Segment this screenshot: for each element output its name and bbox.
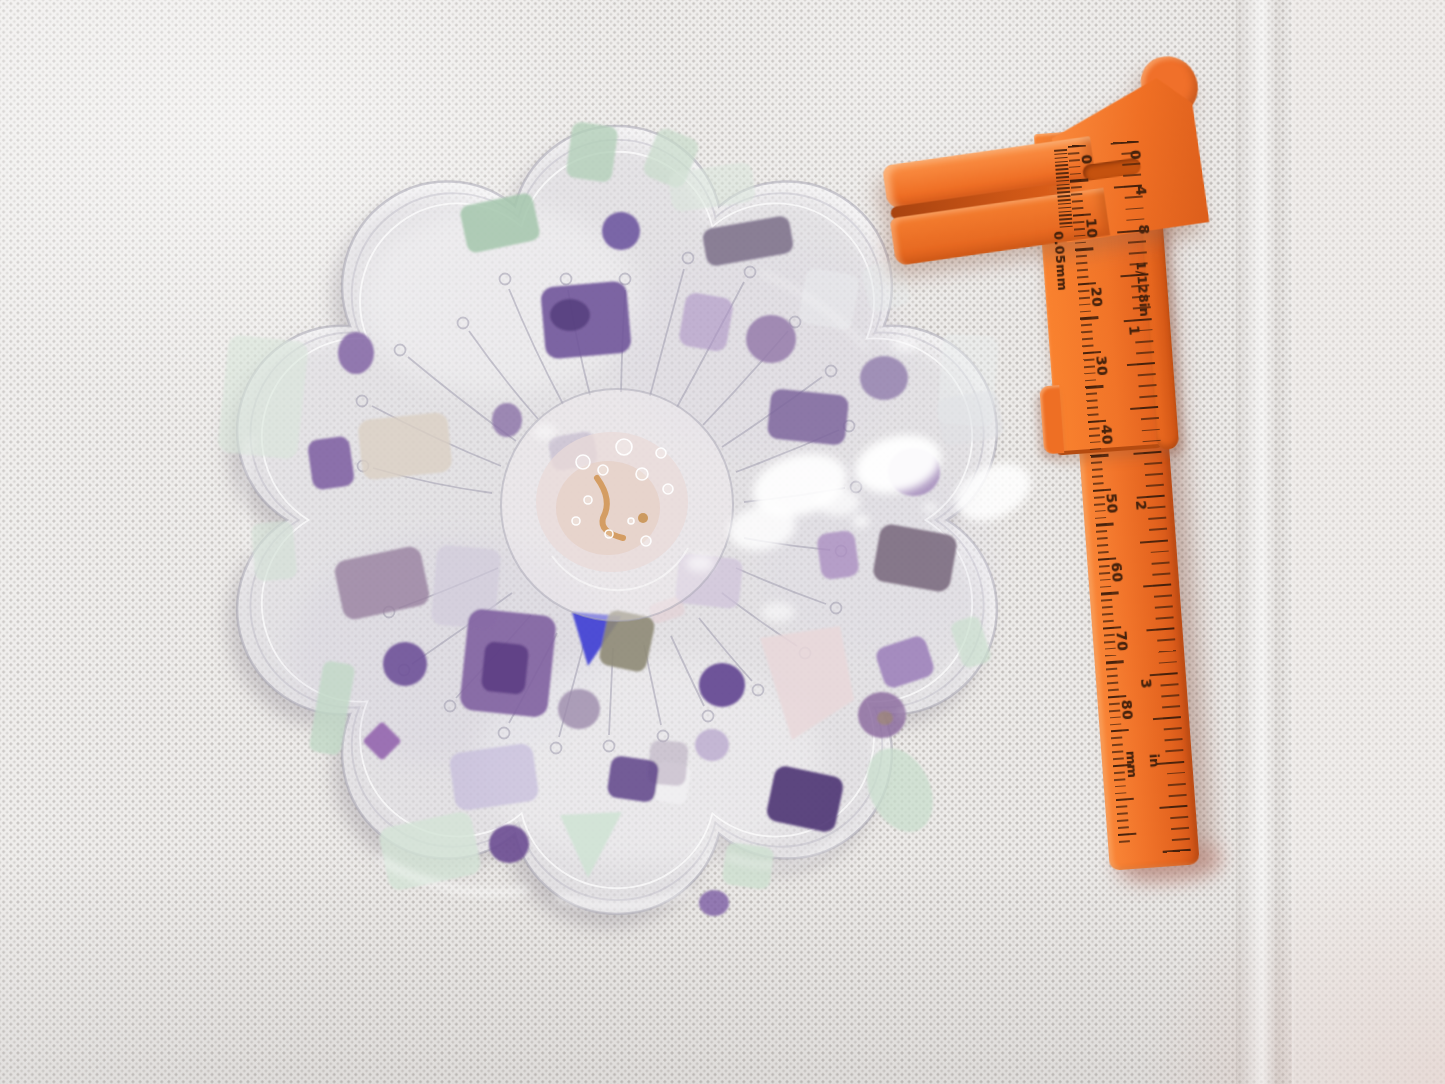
amethyst-chip — [699, 663, 745, 707]
photo-backdrop-fabric: 0 10 20 30 40 50 60 70 80 mm 0.05mm 0 4 … — [0, 0, 1445, 1084]
amethyst-chip — [678, 291, 735, 353]
inch-vernier-number: 8 — [1135, 217, 1153, 242]
center-dome — [501, 389, 733, 621]
inch-vernier-number: 4 — [1132, 178, 1150, 203]
inch-scale-number: 1 — [1126, 318, 1144, 343]
mm-scale-number: 0 — [1078, 147, 1096, 172]
amethyst-chip — [746, 315, 796, 363]
mm-scale-number: 50 — [1103, 491, 1121, 516]
amethyst-chip — [816, 530, 860, 581]
fluorite-chip — [251, 520, 298, 581]
amethyst-chip — [860, 356, 908, 400]
mm-scale-number: 10 — [1083, 216, 1101, 241]
amethyst-chip — [383, 642, 427, 686]
lavender-chip — [448, 742, 539, 811]
resin-flower-coaster — [0, 0, 1445, 1084]
amethyst-chip — [602, 212, 640, 250]
mm-scale-number: 40 — [1098, 422, 1116, 447]
mm-scale-number: 30 — [1093, 353, 1111, 378]
amethyst-chip — [481, 641, 530, 695]
fluorite-chip — [565, 121, 618, 183]
amethyst-chip — [699, 890, 729, 916]
amethyst-chip — [877, 711, 893, 725]
mm-scale-number: 20 — [1088, 285, 1106, 310]
amethyst-chip — [307, 435, 356, 490]
mm-scale-number: 80 — [1118, 697, 1136, 722]
amethyst-chip — [338, 332, 374, 374]
tan-quartz-chip — [357, 411, 453, 480]
inch-scale-number: 3 — [1137, 671, 1155, 696]
inch-scale-number: 2 — [1132, 493, 1150, 518]
inch-unit-label: in — [1146, 746, 1163, 775]
amethyst-chip — [558, 689, 600, 729]
amethyst-chip — [550, 299, 590, 331]
vernier-caliper: 0 10 20 30 40 50 60 70 80 mm 0.05mm 0 4 … — [1036, 82, 1038, 84]
amethyst-chip — [492, 403, 522, 437]
inch-vernier-number: 0 — [1127, 142, 1145, 167]
mm-scale-number: 60 — [1108, 560, 1126, 585]
amethyst-chip — [767, 388, 850, 446]
mm-unit-label: mm — [1123, 750, 1140, 779]
amethyst-chip — [606, 755, 659, 803]
amethyst-chip — [489, 825, 529, 863]
mm-scale-number: 70 — [1113, 629, 1131, 654]
lavender-chip — [695, 729, 729, 761]
fluorite-chip — [217, 334, 309, 460]
caliper-slider-thumb — [1039, 385, 1064, 454]
